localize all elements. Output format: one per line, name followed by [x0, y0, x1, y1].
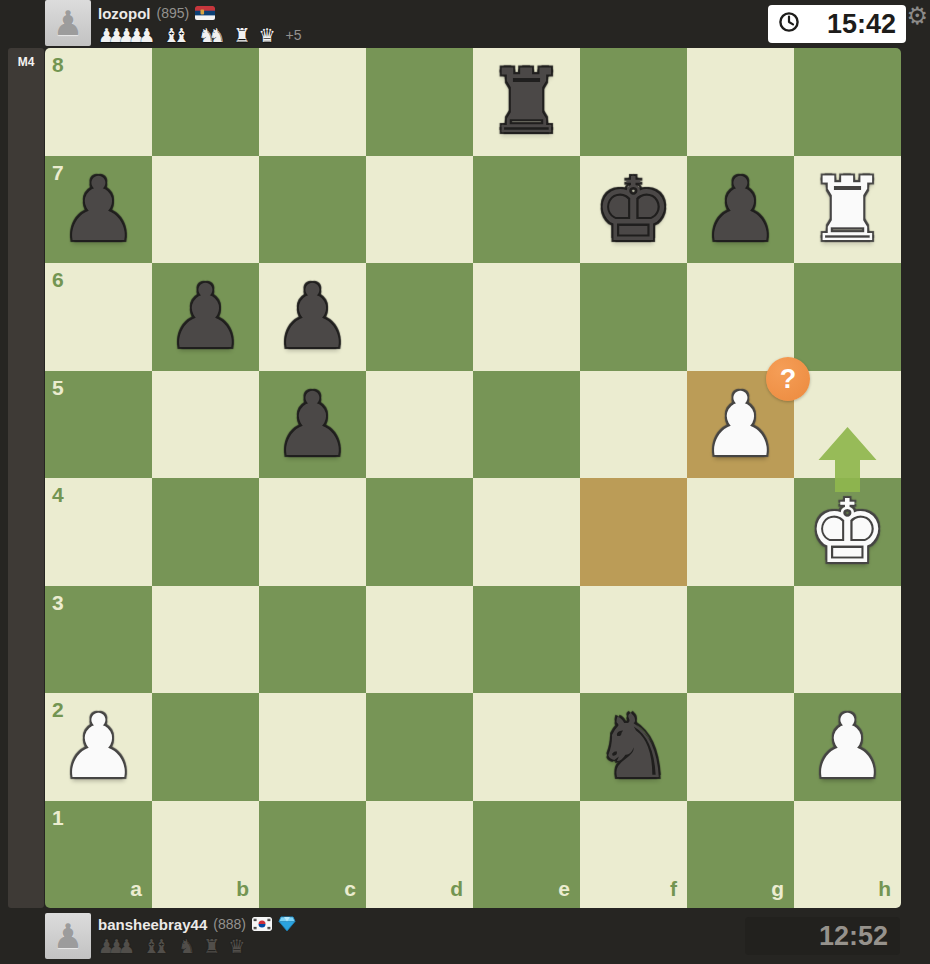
captured-rook-group: ♜: [233, 24, 250, 46]
captured-knight-icon: ♞: [208, 24, 225, 46]
black-rook-e8[interactable]: ♜: [473, 48, 580, 156]
square-e7[interactable]: [473, 156, 580, 264]
captured-pawn-group: ♟♟♟♟♟: [98, 24, 155, 46]
captured-pawn-group: ♟♟♟: [98, 935, 135, 957]
mistake-badge-glyph: ?: [780, 364, 797, 395]
captured-queen-icon: ♛: [228, 935, 245, 957]
captured-bishop-group: ♝♝: [143, 935, 170, 957]
captured-queen-group: ♛: [228, 935, 245, 957]
white-rook-h7[interactable]: ♜: [794, 156, 901, 264]
square-a4[interactable]: [45, 478, 152, 586]
square-f8[interactable]: [580, 48, 687, 156]
captured-bishop-group: ♝♝: [163, 24, 190, 46]
square-b2[interactable]: [152, 693, 259, 801]
square-d2[interactable]: [366, 693, 473, 801]
square-c7[interactable]: [259, 156, 366, 264]
white-pawn-a2[interactable]: ♟: [45, 693, 152, 801]
square-a8[interactable]: [45, 48, 152, 156]
square-f4[interactable]: [580, 478, 687, 586]
mistake-badge: ?: [766, 357, 810, 401]
square-h3[interactable]: [794, 586, 901, 694]
square-a3[interactable]: [45, 586, 152, 694]
chess-game-page: ♟ lozopol (895) ♟♟♟♟♟♝♝♞♞♜♛+5 15:42 ⚙ M4: [0, 0, 930, 964]
square-a6[interactable]: [45, 263, 152, 371]
square-c8[interactable]: [259, 48, 366, 156]
premium-diamond-icon: [278, 916, 296, 932]
white-pawn-h2[interactable]: ♟: [794, 693, 901, 801]
captured-pawn-icon: ♟: [138, 24, 155, 46]
square-b3[interactable]: [152, 586, 259, 694]
bottom-player-rating: (888): [213, 916, 246, 932]
square-g8[interactable]: [687, 48, 794, 156]
bottom-captured-pieces: ♟♟♟♝♝♞♜♛: [98, 935, 296, 957]
square-a1[interactable]: [45, 801, 152, 909]
square-f6[interactable]: [580, 263, 687, 371]
black-knight-f2[interactable]: ♞: [580, 693, 687, 801]
chess-board: ? 87654321abcdefgh♜♟♚♟♜♟♟♟♟♚♞♟♟: [45, 48, 901, 908]
square-a5[interactable]: [45, 371, 152, 479]
square-g6[interactable]: [687, 263, 794, 371]
white-king-h4[interactable]: ♚: [794, 478, 901, 586]
bottom-player-name[interactable]: bansheebray44: [98, 916, 207, 933]
bottom-player-avatar[interactable]: ♟: [45, 913, 91, 959]
black-pawn-c5[interactable]: ♟: [259, 371, 366, 479]
square-e5[interactable]: [473, 371, 580, 479]
captured-rook-group: ♜: [203, 935, 220, 957]
black-pawn-g7[interactable]: ♟: [687, 156, 794, 264]
settings-gear-icon[interactable]: ⚙: [906, 4, 928, 28]
square-h5[interactable]: [794, 371, 901, 479]
square-b8[interactable]: [152, 48, 259, 156]
serbia-flag-icon: [195, 6, 215, 20]
square-f3[interactable]: [580, 586, 687, 694]
evaluation-bar: M4: [8, 48, 44, 908]
bottom-player-info: bansheebray44 (888) ♟♟♟♝♝♞♜♛: [98, 914, 296, 957]
square-g3[interactable]: [687, 586, 794, 694]
square-d3[interactable]: [366, 586, 473, 694]
square-h6[interactable]: [794, 263, 901, 371]
top-player-avatar[interactable]: ♟: [45, 0, 91, 46]
square-d6[interactable]: [366, 263, 473, 371]
square-b5[interactable]: [152, 371, 259, 479]
captured-bishop-icon: ♝: [153, 935, 170, 957]
square-d1[interactable]: [366, 801, 473, 909]
square-e3[interactable]: [473, 586, 580, 694]
top-player-name[interactable]: lozopol: [98, 5, 151, 22]
top-player-info: lozopol (895) ♟♟♟♟♟♝♝♞♞♜♛+5: [98, 3, 301, 46]
square-f5[interactable]: [580, 371, 687, 479]
top-clock-time: 15:42: [827, 9, 896, 40]
top-player-bar: ♟ lozopol (895) ♟♟♟♟♟♝♝♞♞♜♛+5 15:42 ⚙: [0, 0, 930, 48]
material-advantage: +5: [286, 27, 302, 43]
square-c3[interactable]: [259, 586, 366, 694]
square-g1[interactable]: [687, 801, 794, 909]
captured-knight-group: ♞♞: [198, 24, 225, 46]
square-e6[interactable]: [473, 263, 580, 371]
clock-icon: [778, 11, 800, 37]
captured-queen-group: ♛: [258, 24, 275, 46]
black-pawn-a7[interactable]: ♟: [45, 156, 152, 264]
top-player-rating: (895): [157, 5, 190, 21]
square-h1[interactable]: [794, 801, 901, 909]
bottom-player-clock: 12:52: [745, 917, 900, 955]
south-korea-flag-icon: [252, 917, 272, 931]
square-c2[interactable]: [259, 693, 366, 801]
square-e2[interactable]: [473, 693, 580, 801]
square-h8[interactable]: [794, 48, 901, 156]
square-c4[interactable]: [259, 478, 366, 586]
square-b7[interactable]: [152, 156, 259, 264]
square-c1[interactable]: [259, 801, 366, 909]
square-e1[interactable]: [473, 801, 580, 909]
captured-queen-icon: ♛: [258, 24, 275, 46]
captured-pawn-icon: ♟: [118, 935, 135, 957]
captured-knight-group: ♞: [178, 935, 195, 957]
captured-rook-icon: ♜: [233, 24, 250, 46]
black-pawn-b6[interactable]: ♟: [152, 263, 259, 371]
square-b4[interactable]: [152, 478, 259, 586]
square-d5[interactable]: [366, 371, 473, 479]
black-king-f7[interactable]: ♚: [580, 156, 687, 264]
square-g2[interactable]: [687, 693, 794, 801]
square-e4[interactable]: [473, 478, 580, 586]
black-pawn-c6[interactable]: ♟: [259, 263, 366, 371]
bottom-clock-time: 12:52: [819, 921, 888, 952]
pawn-avatar-icon: ♟: [53, 919, 83, 953]
square-d7[interactable]: [366, 156, 473, 264]
top-captured-pieces: ♟♟♟♟♟♝♝♞♞♜♛+5: [98, 24, 301, 46]
captured-knight-icon: ♞: [178, 935, 195, 957]
eval-label: M4: [18, 55, 35, 69]
square-b1[interactable]: [152, 801, 259, 909]
square-d4[interactable]: [366, 478, 473, 586]
pawn-avatar-icon: ♟: [53, 6, 83, 40]
captured-rook-icon: ♜: [203, 935, 220, 957]
captured-bishop-icon: ♝: [173, 24, 190, 46]
square-f1[interactable]: [580, 801, 687, 909]
bottom-player-bar: ♟ bansheebray44 (888) ♟♟♟♝♝♞♜♛ 12:52: [0, 908, 930, 964]
square-d8[interactable]: [366, 48, 473, 156]
square-g4[interactable]: [687, 478, 794, 586]
top-player-clock: 15:42: [768, 5, 906, 43]
